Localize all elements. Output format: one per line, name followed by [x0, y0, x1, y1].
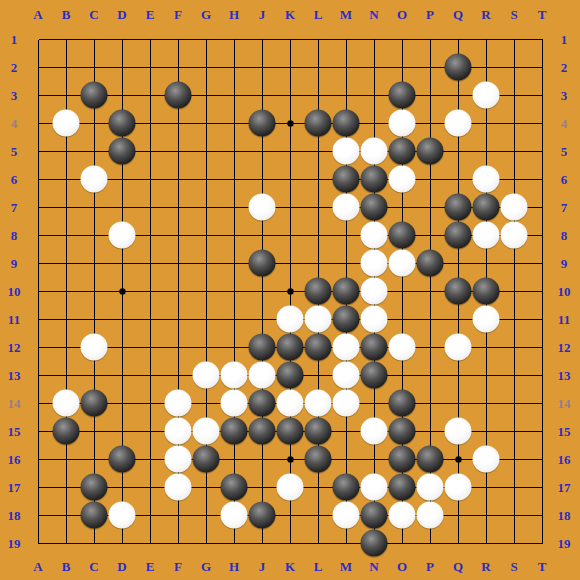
- intersection-R16[interactable]: [472, 445, 500, 473]
- intersection-J12[interactable]: [248, 333, 276, 361]
- intersection-R17[interactable]: [472, 473, 500, 501]
- intersection-A18[interactable]: [24, 501, 52, 529]
- intersection-O7[interactable]: [388, 193, 416, 221]
- intersection-R11[interactable]: [472, 305, 500, 333]
- intersection-E6[interactable]: [136, 165, 164, 193]
- intersection-O8[interactable]: [388, 221, 416, 249]
- intersection-N1[interactable]: [360, 25, 388, 53]
- intersection-P18[interactable]: [416, 501, 444, 529]
- intersection-C10[interactable]: [80, 277, 108, 305]
- intersection-D13[interactable]: [108, 361, 136, 389]
- intersection-O9[interactable]: [388, 249, 416, 277]
- intersection-R15[interactable]: [472, 417, 500, 445]
- intersection-K9[interactable]: [276, 249, 304, 277]
- intersection-F11[interactable]: [164, 305, 192, 333]
- intersection-O14[interactable]: [388, 389, 416, 417]
- intersection-D3[interactable]: [108, 81, 136, 109]
- intersection-Q11[interactable]: [444, 305, 472, 333]
- intersection-D4[interactable]: [108, 109, 136, 137]
- intersection-A10[interactable]: [24, 277, 52, 305]
- intersection-M14[interactable]: [332, 389, 360, 417]
- intersection-J1[interactable]: [248, 25, 276, 53]
- intersection-G17[interactable]: [192, 473, 220, 501]
- intersection-L8[interactable]: [304, 221, 332, 249]
- intersection-K13[interactable]: [276, 361, 304, 389]
- intersection-H1[interactable]: [220, 25, 248, 53]
- intersection-L16[interactable]: [304, 445, 332, 473]
- intersection-B17[interactable]: [52, 473, 80, 501]
- intersection-K19[interactable]: [276, 529, 304, 557]
- intersection-P10[interactable]: [416, 277, 444, 305]
- intersection-Q15[interactable]: [444, 417, 472, 445]
- intersection-A5[interactable]: [24, 137, 52, 165]
- intersection-O4[interactable]: [388, 109, 416, 137]
- intersection-E4[interactable]: [136, 109, 164, 137]
- intersection-P19[interactable]: [416, 529, 444, 557]
- intersection-P8[interactable]: [416, 221, 444, 249]
- intersection-T16[interactable]: [528, 445, 556, 473]
- intersection-D5[interactable]: [108, 137, 136, 165]
- intersection-Q19[interactable]: [444, 529, 472, 557]
- intersection-K3[interactable]: [276, 81, 304, 109]
- intersection-O2[interactable]: [388, 53, 416, 81]
- intersection-D17[interactable]: [108, 473, 136, 501]
- intersection-N16[interactable]: [360, 445, 388, 473]
- intersection-D10[interactable]: [108, 277, 136, 305]
- intersection-P7[interactable]: [416, 193, 444, 221]
- intersection-A11[interactable]: [24, 305, 52, 333]
- intersection-A14[interactable]: [24, 389, 52, 417]
- intersection-F3[interactable]: [164, 81, 192, 109]
- intersection-L13[interactable]: [304, 361, 332, 389]
- intersection-F12[interactable]: [164, 333, 192, 361]
- intersection-T9[interactable]: [528, 249, 556, 277]
- intersection-N8[interactable]: [360, 221, 388, 249]
- intersection-K15[interactable]: [276, 417, 304, 445]
- intersection-E12[interactable]: [136, 333, 164, 361]
- intersection-N6[interactable]: [360, 165, 388, 193]
- intersection-G15[interactable]: [192, 417, 220, 445]
- intersection-R13[interactable]: [472, 361, 500, 389]
- intersection-C1[interactable]: [80, 25, 108, 53]
- intersection-G12[interactable]: [192, 333, 220, 361]
- intersection-N2[interactable]: [360, 53, 388, 81]
- intersection-F17[interactable]: [164, 473, 192, 501]
- intersection-R7[interactable]: [472, 193, 500, 221]
- intersection-Q7[interactable]: [444, 193, 472, 221]
- intersection-M18[interactable]: [332, 501, 360, 529]
- intersection-S18[interactable]: [500, 501, 528, 529]
- intersection-H4[interactable]: [220, 109, 248, 137]
- intersection-J15[interactable]: [248, 417, 276, 445]
- intersection-G9[interactable]: [192, 249, 220, 277]
- intersection-T13[interactable]: [528, 361, 556, 389]
- intersection-E13[interactable]: [136, 361, 164, 389]
- intersection-N15[interactable]: [360, 417, 388, 445]
- intersection-L7[interactable]: [304, 193, 332, 221]
- intersection-M6[interactable]: [332, 165, 360, 193]
- intersection-A15[interactable]: [24, 417, 52, 445]
- intersection-E5[interactable]: [136, 137, 164, 165]
- intersection-R3[interactable]: [472, 81, 500, 109]
- intersection-G6[interactable]: [192, 165, 220, 193]
- intersection-C9[interactable]: [80, 249, 108, 277]
- intersection-F8[interactable]: [164, 221, 192, 249]
- intersection-T5[interactable]: [528, 137, 556, 165]
- intersection-F19[interactable]: [164, 529, 192, 557]
- intersection-M11[interactable]: [332, 305, 360, 333]
- intersection-S9[interactable]: [500, 249, 528, 277]
- intersection-J19[interactable]: [248, 529, 276, 557]
- intersection-F18[interactable]: [164, 501, 192, 529]
- intersection-Q14[interactable]: [444, 389, 472, 417]
- intersection-A8[interactable]: [24, 221, 52, 249]
- intersection-Q17[interactable]: [444, 473, 472, 501]
- intersection-N9[interactable]: [360, 249, 388, 277]
- intersection-Q9[interactable]: [444, 249, 472, 277]
- intersection-D14[interactable]: [108, 389, 136, 417]
- intersection-O10[interactable]: [388, 277, 416, 305]
- intersection-B18[interactable]: [52, 501, 80, 529]
- intersection-T18[interactable]: [528, 501, 556, 529]
- intersection-N14[interactable]: [360, 389, 388, 417]
- intersection-T4[interactable]: [528, 109, 556, 137]
- intersection-B9[interactable]: [52, 249, 80, 277]
- intersection-H16[interactable]: [220, 445, 248, 473]
- intersection-K7[interactable]: [276, 193, 304, 221]
- intersection-B4[interactable]: [52, 109, 80, 137]
- intersection-T15[interactable]: [528, 417, 556, 445]
- intersection-L11[interactable]: [304, 305, 332, 333]
- intersection-J16[interactable]: [248, 445, 276, 473]
- intersection-M19[interactable]: [332, 529, 360, 557]
- intersection-C14[interactable]: [80, 389, 108, 417]
- intersection-O6[interactable]: [388, 165, 416, 193]
- intersection-A16[interactable]: [24, 445, 52, 473]
- intersection-Q16[interactable]: [444, 445, 472, 473]
- intersection-F2[interactable]: [164, 53, 192, 81]
- intersection-H6[interactable]: [220, 165, 248, 193]
- intersection-J10[interactable]: [248, 277, 276, 305]
- intersection-C11[interactable]: [80, 305, 108, 333]
- intersection-N12[interactable]: [360, 333, 388, 361]
- intersection-M16[interactable]: [332, 445, 360, 473]
- intersection-H11[interactable]: [220, 305, 248, 333]
- intersection-P16[interactable]: [416, 445, 444, 473]
- intersection-N5[interactable]: [360, 137, 388, 165]
- intersection-J7[interactable]: [248, 193, 276, 221]
- intersection-O5[interactable]: [388, 137, 416, 165]
- intersection-K11[interactable]: [276, 305, 304, 333]
- intersection-H10[interactable]: [220, 277, 248, 305]
- intersection-Q2[interactable]: [444, 53, 472, 81]
- intersection-Q4[interactable]: [444, 109, 472, 137]
- intersection-S16[interactable]: [500, 445, 528, 473]
- intersection-E3[interactable]: [136, 81, 164, 109]
- intersection-D2[interactable]: [108, 53, 136, 81]
- intersection-M1[interactable]: [332, 25, 360, 53]
- intersection-D15[interactable]: [108, 417, 136, 445]
- intersection-A1[interactable]: [24, 25, 52, 53]
- intersection-G19[interactable]: [192, 529, 220, 557]
- intersection-E17[interactable]: [136, 473, 164, 501]
- intersection-B12[interactable]: [52, 333, 80, 361]
- intersection-C7[interactable]: [80, 193, 108, 221]
- intersection-D12[interactable]: [108, 333, 136, 361]
- intersection-P4[interactable]: [416, 109, 444, 137]
- intersection-L18[interactable]: [304, 501, 332, 529]
- intersection-T10[interactable]: [528, 277, 556, 305]
- intersection-S11[interactable]: [500, 305, 528, 333]
- intersection-F14[interactable]: [164, 389, 192, 417]
- intersection-D19[interactable]: [108, 529, 136, 557]
- intersection-B13[interactable]: [52, 361, 80, 389]
- intersection-S7[interactable]: [500, 193, 528, 221]
- intersection-J2[interactable]: [248, 53, 276, 81]
- intersection-L12[interactable]: [304, 333, 332, 361]
- intersection-S6[interactable]: [500, 165, 528, 193]
- intersection-H5[interactable]: [220, 137, 248, 165]
- intersection-F9[interactable]: [164, 249, 192, 277]
- intersection-R8[interactable]: [472, 221, 500, 249]
- intersection-H13[interactable]: [220, 361, 248, 389]
- intersection-G14[interactable]: [192, 389, 220, 417]
- intersection-K17[interactable]: [276, 473, 304, 501]
- intersection-C2[interactable]: [80, 53, 108, 81]
- intersection-K1[interactable]: [276, 25, 304, 53]
- intersection-S19[interactable]: [500, 529, 528, 557]
- intersection-F1[interactable]: [164, 25, 192, 53]
- intersection-F6[interactable]: [164, 165, 192, 193]
- intersection-M2[interactable]: [332, 53, 360, 81]
- intersection-G2[interactable]: [192, 53, 220, 81]
- intersection-S12[interactable]: [500, 333, 528, 361]
- intersection-N13[interactable]: [360, 361, 388, 389]
- intersection-K12[interactable]: [276, 333, 304, 361]
- intersection-F4[interactable]: [164, 109, 192, 137]
- intersection-D1[interactable]: [108, 25, 136, 53]
- intersection-K2[interactable]: [276, 53, 304, 81]
- intersection-T17[interactable]: [528, 473, 556, 501]
- intersection-J6[interactable]: [248, 165, 276, 193]
- intersection-E1[interactable]: [136, 25, 164, 53]
- intersection-G4[interactable]: [192, 109, 220, 137]
- intersection-N11[interactable]: [360, 305, 388, 333]
- intersection-C6[interactable]: [80, 165, 108, 193]
- intersection-N18[interactable]: [360, 501, 388, 529]
- intersection-H15[interactable]: [220, 417, 248, 445]
- intersection-D16[interactable]: [108, 445, 136, 473]
- intersection-E2[interactable]: [136, 53, 164, 81]
- intersection-R14[interactable]: [472, 389, 500, 417]
- intersection-C18[interactable]: [80, 501, 108, 529]
- intersection-H12[interactable]: [220, 333, 248, 361]
- intersection-O1[interactable]: [388, 25, 416, 53]
- intersection-D6[interactable]: [108, 165, 136, 193]
- intersection-F16[interactable]: [164, 445, 192, 473]
- intersection-R18[interactable]: [472, 501, 500, 529]
- intersection-L19[interactable]: [304, 529, 332, 557]
- intersection-D11[interactable]: [108, 305, 136, 333]
- intersection-O12[interactable]: [388, 333, 416, 361]
- intersection-Q1[interactable]: [444, 25, 472, 53]
- intersection-K18[interactable]: [276, 501, 304, 529]
- intersection-J11[interactable]: [248, 305, 276, 333]
- intersection-G8[interactable]: [192, 221, 220, 249]
- intersection-G18[interactable]: [192, 501, 220, 529]
- intersection-G1[interactable]: [192, 25, 220, 53]
- intersection-G11[interactable]: [192, 305, 220, 333]
- intersection-R2[interactable]: [472, 53, 500, 81]
- intersection-M17[interactable]: [332, 473, 360, 501]
- intersection-Q12[interactable]: [444, 333, 472, 361]
- intersection-F5[interactable]: [164, 137, 192, 165]
- intersection-P12[interactable]: [416, 333, 444, 361]
- intersection-C13[interactable]: [80, 361, 108, 389]
- intersection-N19[interactable]: [360, 529, 388, 557]
- intersection-M7[interactable]: [332, 193, 360, 221]
- intersection-D7[interactable]: [108, 193, 136, 221]
- intersection-L17[interactable]: [304, 473, 332, 501]
- intersection-M15[interactable]: [332, 417, 360, 445]
- intersection-C19[interactable]: [80, 529, 108, 557]
- intersection-B11[interactable]: [52, 305, 80, 333]
- intersection-A13[interactable]: [24, 361, 52, 389]
- intersection-O15[interactable]: [388, 417, 416, 445]
- intersection-N3[interactable]: [360, 81, 388, 109]
- intersection-O11[interactable]: [388, 305, 416, 333]
- intersection-C15[interactable]: [80, 417, 108, 445]
- intersection-N17[interactable]: [360, 473, 388, 501]
- intersection-T12[interactable]: [528, 333, 556, 361]
- intersection-F10[interactable]: [164, 277, 192, 305]
- intersection-E16[interactable]: [136, 445, 164, 473]
- intersection-A9[interactable]: [24, 249, 52, 277]
- intersection-E9[interactable]: [136, 249, 164, 277]
- intersection-M3[interactable]: [332, 81, 360, 109]
- intersection-M4[interactable]: [332, 109, 360, 137]
- intersection-G3[interactable]: [192, 81, 220, 109]
- intersection-T11[interactable]: [528, 305, 556, 333]
- intersection-Q18[interactable]: [444, 501, 472, 529]
- intersection-T3[interactable]: [528, 81, 556, 109]
- intersection-B7[interactable]: [52, 193, 80, 221]
- intersection-F7[interactable]: [164, 193, 192, 221]
- intersection-B1[interactable]: [52, 25, 80, 53]
- intersection-P5[interactable]: [416, 137, 444, 165]
- intersection-P17[interactable]: [416, 473, 444, 501]
- intersection-M13[interactable]: [332, 361, 360, 389]
- intersection-G5[interactable]: [192, 137, 220, 165]
- intersection-C3[interactable]: [80, 81, 108, 109]
- intersection-J14[interactable]: [248, 389, 276, 417]
- intersection-L3[interactable]: [304, 81, 332, 109]
- intersection-P3[interactable]: [416, 81, 444, 109]
- intersection-P15[interactable]: [416, 417, 444, 445]
- intersection-A12[interactable]: [24, 333, 52, 361]
- intersection-J17[interactable]: [248, 473, 276, 501]
- intersection-S4[interactable]: [500, 109, 528, 137]
- intersection-S17[interactable]: [500, 473, 528, 501]
- intersection-O19[interactable]: [388, 529, 416, 557]
- intersection-J4[interactable]: [248, 109, 276, 137]
- intersection-J3[interactable]: [248, 81, 276, 109]
- intersection-M9[interactable]: [332, 249, 360, 277]
- intersection-O3[interactable]: [388, 81, 416, 109]
- intersection-M10[interactable]: [332, 277, 360, 305]
- intersection-M12[interactable]: [332, 333, 360, 361]
- intersection-K4[interactable]: [276, 109, 304, 137]
- intersection-L10[interactable]: [304, 277, 332, 305]
- intersection-J5[interactable]: [248, 137, 276, 165]
- intersection-R6[interactable]: [472, 165, 500, 193]
- intersection-Q13[interactable]: [444, 361, 472, 389]
- intersection-B2[interactable]: [52, 53, 80, 81]
- intersection-H9[interactable]: [220, 249, 248, 277]
- intersection-S5[interactable]: [500, 137, 528, 165]
- intersection-S1[interactable]: [500, 25, 528, 53]
- intersection-A3[interactable]: [24, 81, 52, 109]
- intersection-B6[interactable]: [52, 165, 80, 193]
- intersection-N10[interactable]: [360, 277, 388, 305]
- intersection-S14[interactable]: [500, 389, 528, 417]
- intersection-B5[interactable]: [52, 137, 80, 165]
- intersection-B8[interactable]: [52, 221, 80, 249]
- intersection-N4[interactable]: [360, 109, 388, 137]
- intersection-R10[interactable]: [472, 277, 500, 305]
- intersection-T7[interactable]: [528, 193, 556, 221]
- intersection-S10[interactable]: [500, 277, 528, 305]
- intersection-T8[interactable]: [528, 221, 556, 249]
- intersection-D18[interactable]: [108, 501, 136, 529]
- intersection-G13[interactable]: [192, 361, 220, 389]
- intersection-D8[interactable]: [108, 221, 136, 249]
- intersection-G10[interactable]: [192, 277, 220, 305]
- intersection-H14[interactable]: [220, 389, 248, 417]
- intersection-J9[interactable]: [248, 249, 276, 277]
- intersection-H19[interactable]: [220, 529, 248, 557]
- intersection-N7[interactable]: [360, 193, 388, 221]
- intersection-R9[interactable]: [472, 249, 500, 277]
- intersection-J8[interactable]: [248, 221, 276, 249]
- intersection-L14[interactable]: [304, 389, 332, 417]
- intersection-E8[interactable]: [136, 221, 164, 249]
- intersection-L6[interactable]: [304, 165, 332, 193]
- intersection-P13[interactable]: [416, 361, 444, 389]
- intersection-E10[interactable]: [136, 277, 164, 305]
- intersection-S2[interactable]: [500, 53, 528, 81]
- intersection-R5[interactable]: [472, 137, 500, 165]
- intersection-P6[interactable]: [416, 165, 444, 193]
- intersection-H8[interactable]: [220, 221, 248, 249]
- intersection-M5[interactable]: [332, 137, 360, 165]
- intersection-L1[interactable]: [304, 25, 332, 53]
- intersection-K14[interactable]: [276, 389, 304, 417]
- intersection-G7[interactable]: [192, 193, 220, 221]
- intersection-S8[interactable]: [500, 221, 528, 249]
- intersection-F15[interactable]: [164, 417, 192, 445]
- intersection-B10[interactable]: [52, 277, 80, 305]
- intersection-E15[interactable]: [136, 417, 164, 445]
- intersection-T1[interactable]: [528, 25, 556, 53]
- intersection-O17[interactable]: [388, 473, 416, 501]
- intersection-R4[interactable]: [472, 109, 500, 137]
- intersection-H18[interactable]: [220, 501, 248, 529]
- intersection-M8[interactable]: [332, 221, 360, 249]
- intersection-T14[interactable]: [528, 389, 556, 417]
- intersection-R19[interactable]: [472, 529, 500, 557]
- intersection-Q6[interactable]: [444, 165, 472, 193]
